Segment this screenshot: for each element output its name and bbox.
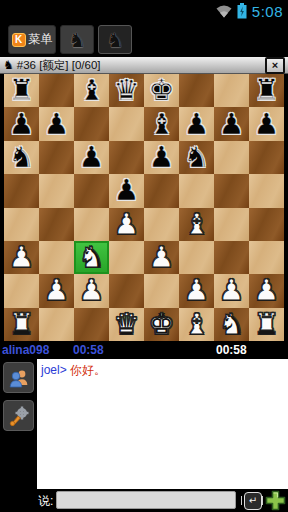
square-a8[interactable]: ♜: [4, 74, 39, 107]
square-g7[interactable]: ♟: [214, 107, 249, 140]
piece-black-rook: ♜: [254, 74, 280, 107]
knight-icon: ♞: [68, 30, 86, 50]
game-title-bar: ♞ #36 [额定] [0/60] ×: [0, 57, 288, 74]
square-c1[interactable]: [74, 308, 109, 341]
square-c4[interactable]: [74, 208, 109, 241]
piece-white-rook: ♜: [254, 308, 280, 341]
square-d3[interactable]: [109, 241, 144, 274]
square-a1[interactable]: ♜: [4, 308, 39, 341]
clock-bar: alina098 00:58 00:58: [0, 341, 288, 359]
app-screen: 5:08 K 菜单 ♞ ♞ ♞ #36 [额定] [0/60] × ♜♝♛♚♜♟…: [0, 0, 288, 512]
square-g1[interactable]: ♞: [214, 308, 249, 341]
wifi-icon: [216, 5, 232, 18]
square-c8[interactable]: ♝: [74, 74, 109, 107]
square-e7[interactable]: ♝: [144, 107, 179, 140]
square-a2[interactable]: [4, 274, 39, 307]
black-knight-icon: ♞: [3, 59, 14, 71]
piece-black-pawn: ♟: [114, 174, 140, 207]
square-a3[interactable]: ♟: [4, 241, 39, 274]
send-button[interactable]: ↵: [244, 492, 262, 510]
square-h6[interactable]: [249, 141, 284, 174]
square-h7[interactable]: ♟: [249, 107, 284, 140]
piece-black-bishop: ♝: [79, 74, 105, 107]
piece-white-queen: ♛: [114, 308, 140, 341]
square-h4[interactable]: [249, 208, 284, 241]
menu-button-label: 菜单: [29, 31, 53, 48]
piece-black-pawn: ♟: [149, 141, 175, 174]
chat-message-sender: joel>: [41, 363, 67, 377]
square-e3[interactable]: ♟: [144, 241, 179, 274]
close-button[interactable]: ×: [265, 57, 285, 74]
square-e4[interactable]: [144, 208, 179, 241]
android-status-bar: 5:08: [0, 0, 288, 22]
square-a7[interactable]: ♟: [4, 107, 39, 140]
square-f2[interactable]: ♟: [179, 274, 214, 307]
divider: [241, 496, 242, 505]
square-a5[interactable]: [4, 174, 39, 207]
knight-action-button-1[interactable]: ♞: [60, 25, 94, 54]
square-e2[interactable]: [144, 274, 179, 307]
square-c6[interactable]: ♟: [74, 141, 109, 174]
square-e1[interactable]: ♚: [144, 308, 179, 341]
add-button[interactable]: [265, 490, 286, 511]
say-label: 说:: [38, 493, 53, 510]
square-g6[interactable]: [214, 141, 249, 174]
app-toolbar: K 菜单 ♞ ♞: [0, 22, 288, 57]
plus-icon: [265, 490, 286, 511]
people-icon: [8, 368, 30, 388]
square-e5[interactable]: [144, 174, 179, 207]
piece-white-pawn: ♟: [184, 274, 210, 307]
square-f6[interactable]: ♞: [179, 141, 214, 174]
game-title: #36 [额定] [0/60]: [17, 58, 265, 73]
status-time: 5:08: [252, 3, 283, 20]
chat-message: joel> 你好。: [41, 362, 106, 379]
piece-black-bishop: ♝: [149, 108, 175, 141]
piece-white-pawn: ♟: [9, 241, 35, 274]
square-c5[interactable]: [74, 174, 109, 207]
square-c3[interactable]: ♞: [74, 241, 109, 274]
square-b4[interactable]: [39, 208, 74, 241]
square-b2[interactable]: ♟: [39, 274, 74, 307]
square-d5[interactable]: ♟: [109, 174, 144, 207]
square-b5[interactable]: [39, 174, 74, 207]
square-b1[interactable]: [39, 308, 74, 341]
chat-composer: 说: ↵: [0, 489, 288, 512]
divider: [262, 496, 263, 505]
players-list-button[interactable]: [3, 362, 34, 393]
square-b7[interactable]: ♟: [39, 107, 74, 140]
piece-white-pawn: ♟: [114, 208, 140, 241]
knight-action-button-2[interactable]: ♞: [98, 25, 132, 54]
square-d7[interactable]: [109, 107, 144, 140]
square-f7[interactable]: ♟: [179, 107, 214, 140]
piece-white-pawn: ♟: [44, 274, 70, 307]
square-e8[interactable]: ♚: [144, 74, 179, 107]
piece-white-knight: ♞: [219, 308, 245, 341]
square-f3[interactable]: [179, 241, 214, 274]
menu-button[interactable]: K 菜单: [8, 25, 56, 54]
piece-black-pawn: ♟: [79, 141, 105, 174]
piece-black-rook: ♜: [9, 74, 35, 107]
square-d2[interactable]: [109, 274, 144, 307]
piece-black-pawn: ♟: [254, 108, 280, 141]
chat-input[interactable]: [56, 491, 236, 509]
app-logo-icon: K: [12, 33, 26, 47]
piece-black-knight: ♞: [9, 141, 35, 174]
square-g2[interactable]: ♟: [214, 274, 249, 307]
square-f8[interactable]: [179, 74, 214, 107]
square-g5[interactable]: [214, 174, 249, 207]
square-h8[interactable]: ♜: [249, 74, 284, 107]
gear-wrench-icon: [8, 406, 30, 426]
piece-black-pawn: ♟: [44, 108, 70, 141]
piece-white-pawn: ♟: [219, 274, 245, 307]
piece-black-king: ♚: [149, 74, 175, 107]
piece-white-bishop: ♝: [184, 308, 210, 341]
piece-white-knight: ♞: [79, 241, 105, 274]
square-h5[interactable]: [249, 174, 284, 207]
piece-black-pawn: ♟: [9, 108, 35, 141]
piece-white-bishop: ♝: [184, 208, 210, 241]
player-clock: 00:58: [216, 343, 247, 357]
square-a4[interactable]: [4, 208, 39, 241]
square-c2[interactable]: ♟: [74, 274, 109, 307]
square-c7[interactable]: [74, 107, 109, 140]
piece-black-queen: ♛: [114, 74, 140, 107]
piece-black-pawn: ♟: [184, 108, 210, 141]
square-b8[interactable]: [39, 74, 74, 107]
opponent-name: alina098: [2, 343, 49, 357]
battery-charging-icon: [237, 3, 247, 19]
square-d1[interactable]: ♛: [109, 308, 144, 341]
square-d6[interactable]: [109, 141, 144, 174]
piece-white-king: ♚: [149, 308, 175, 341]
square-g3[interactable]: [214, 241, 249, 274]
square-d8[interactable]: ♛: [109, 74, 144, 107]
tools-button[interactable]: [3, 400, 34, 431]
square-a6[interactable]: ♞: [4, 141, 39, 174]
piece-black-knight: ♞: [184, 141, 210, 174]
piece-white-rook: ♜: [9, 308, 35, 341]
chat-message-text: 你好。: [70, 363, 106, 377]
square-f1[interactable]: ♝: [179, 308, 214, 341]
square-g8[interactable]: [214, 74, 249, 107]
square-g4[interactable]: [214, 208, 249, 241]
square-h3[interactable]: [249, 241, 284, 274]
square-f5[interactable]: [179, 174, 214, 207]
square-f4[interactable]: ♝: [179, 208, 214, 241]
chat-area: joel> 你好。: [0, 359, 288, 489]
square-e6[interactable]: ♟: [144, 141, 179, 174]
chat-sidebar: [0, 359, 37, 489]
piece-white-pawn: ♟: [79, 274, 105, 307]
square-b3[interactable]: [39, 241, 74, 274]
chess-board: ♜♝♛♚♜♟♟♝♟♟♟♞♟♟♞♟♟♝♟♞♟♟♟♟♟♟♜♛♚♝♞♜: [4, 74, 284, 341]
square-h1[interactable]: ♜: [249, 308, 284, 341]
piece-black-pawn: ♟: [219, 108, 245, 141]
opponent-clock: 00:58: [73, 343, 104, 357]
piece-white-pawn: ♟: [149, 241, 175, 274]
piece-white-pawn: ♟: [254, 274, 280, 307]
knight-icon: ♞: [106, 30, 124, 50]
square-d4[interactable]: ♟: [109, 208, 144, 241]
square-b6[interactable]: [39, 141, 74, 174]
square-h2[interactable]: ♟: [249, 274, 284, 307]
